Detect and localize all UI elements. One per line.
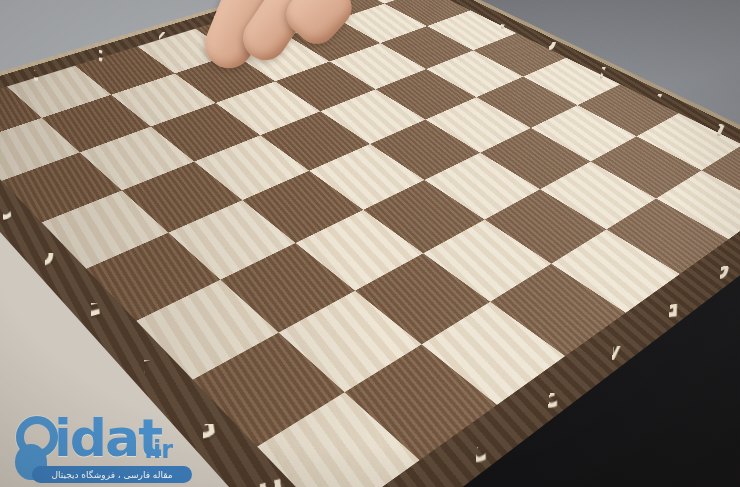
black-pawn-icon: ♟ <box>403 22 455 101</box>
white-rook-icon: ♜ <box>300 341 385 466</box>
black-pawn-icon: ♟ <box>356 0 405 73</box>
watermark-ribbon: مقاله فارسی ، فروشگاه دیجیتال <box>32 466 192 483</box>
black-pawn-icon: ♟ <box>559 58 616 140</box>
white-pawn-icon: ♟ <box>257 194 323 296</box>
watermark: idat .ir مقاله فارسی ، فروشگاه دیجیتال <box>8 408 208 484</box>
watermark-ribbon-text: مقاله فارسی ، فروشگاه دیجیتال <box>51 470 172 480</box>
white-knight-icon: ♞ <box>239 16 301 116</box>
watermark-suffix: .ir <box>144 436 173 464</box>
white-bishop-icon: ♝ <box>24 65 101 196</box>
white-pawn-icon: ♟ <box>386 297 464 410</box>
white-bishop-icon: ♝ <box>163 188 259 339</box>
